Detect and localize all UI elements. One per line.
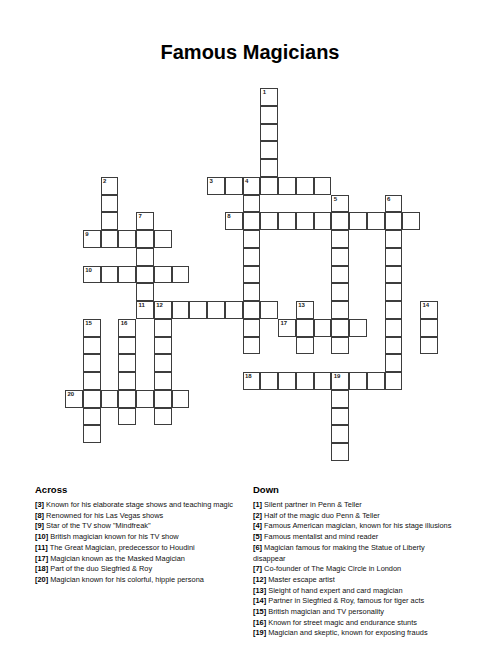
clue-item-down-12: [12] Master escape artist — [253, 575, 458, 586]
cell-number: 6 — [387, 196, 390, 203]
grid-cell[interactable] — [385, 212, 403, 230]
clue-text: Renowned for his Las Vegas shows — [44, 511, 163, 520]
clue-number: [10] — [35, 532, 48, 541]
grid-cell[interactable] — [367, 372, 385, 390]
grid-cell[interactable] — [118, 408, 136, 426]
grid-cell[interactable] — [296, 177, 314, 195]
clue-item-down-7: [7] Co-founder of The Magic Circle in Lo… — [253, 564, 458, 575]
grid-cell[interactable] — [260, 177, 278, 195]
clue-text: Magician known for his colorful, hippie … — [48, 575, 204, 584]
grid-cell[interactable] — [402, 212, 420, 230]
grid-cell[interactable] — [296, 319, 314, 337]
across-clues-list: [3] Known for his elaborate stage shows … — [35, 500, 257, 586]
grid-cell[interactable] — [83, 354, 101, 372]
grid-cell[interactable] — [118, 230, 136, 248]
grid-cell[interactable] — [420, 319, 438, 337]
clue-item-down-15: [15] British magician and TV personality — [253, 607, 458, 618]
clue-text: Sleight of hand expert and card magician — [266, 586, 402, 595]
across-header: Across — [35, 484, 257, 495]
across-clues-section: Across [3] Known for his elaborate stage… — [35, 484, 257, 586]
grid-cell[interactable] — [243, 319, 261, 337]
clue-text: Known for his elaborate stage shows and … — [44, 500, 233, 509]
grid-cell[interactable]: 1 — [260, 88, 278, 106]
clue-number: [3] — [35, 500, 44, 509]
clue-item-across-3: [3] Known for his elaborate stage shows … — [35, 500, 257, 511]
grid-cell[interactable] — [83, 372, 101, 390]
clue-text: British magician and TV personality — [266, 607, 384, 616]
cell-number: 10 — [85, 267, 92, 274]
down-header: Down — [253, 484, 458, 495]
clue-item-across-8: [8] Renowned for his Las Vegas shows — [35, 511, 257, 522]
clue-item-down-13: [13] Sleight of hand expert and card mag… — [253, 586, 458, 597]
clue-text: Co-founder of The Magic Circle in London — [262, 564, 401, 573]
grid-cell[interactable]: 19 — [331, 372, 349, 390]
grid-cell[interactable] — [225, 301, 243, 319]
grid-cell[interactable] — [331, 266, 349, 284]
grid-cell[interactable] — [118, 337, 136, 355]
clue-number: [6] — [253, 543, 262, 552]
clue-number: [15] — [253, 607, 266, 616]
grid-cell[interactable] — [243, 195, 261, 213]
grid-cell[interactable] — [260, 124, 278, 142]
clue-item-across-17: [17] Magician known as the Masked Magici… — [35, 554, 257, 565]
grid-cell[interactable]: 8 — [225, 212, 243, 230]
grid-cell[interactable]: 12 — [154, 301, 172, 319]
cell-number: 11 — [139, 302, 145, 309]
clue-number: [8] — [35, 511, 44, 520]
grid-cell[interactable] — [349, 372, 367, 390]
grid-cell[interactable]: 6 — [385, 195, 403, 213]
grid-cell[interactable] — [189, 301, 207, 319]
clue-item-across-9: [9] Star of the TV show "Mindfreak" — [35, 521, 257, 532]
clue-text: Star of the TV show "Mindfreak" — [44, 521, 151, 530]
grid-cell[interactable] — [367, 212, 385, 230]
grid-cell[interactable] — [154, 337, 172, 355]
grid-cell[interactable] — [331, 283, 349, 301]
grid-cell[interactable]: 18 — [243, 372, 261, 390]
clue-number: [5] — [253, 532, 262, 541]
grid-cell[interactable] — [331, 337, 349, 355]
cell-number: 9 — [85, 231, 88, 238]
clue-number: [18] — [35, 564, 48, 573]
grid-cell[interactable] — [331, 390, 349, 408]
grid-cell[interactable] — [243, 301, 261, 319]
grid-cell[interactable]: 10 — [83, 266, 101, 284]
grid-cell[interactable] — [331, 425, 349, 443]
grid-cell[interactable] — [101, 390, 119, 408]
grid-cell[interactable] — [154, 408, 172, 426]
grid-cell[interactable] — [101, 195, 119, 213]
grid-cell[interactable]: 17 — [278, 319, 296, 337]
grid-cell[interactable] — [243, 337, 261, 355]
grid-cell[interactable] — [136, 230, 154, 248]
grid-cell[interactable] — [260, 141, 278, 159]
grid-cell[interactable]: 3 — [207, 177, 225, 195]
grid-cell[interactable]: 14 — [420, 301, 438, 319]
grid-cell[interactable]: 4 — [243, 177, 261, 195]
cell-number: 14 — [423, 302, 430, 309]
clue-text: Master escape artist — [266, 575, 335, 584]
clue-text: Silent partner in Penn & Teller — [262, 500, 362, 509]
clue-text: Famous American magician, known for his … — [262, 521, 451, 530]
cell-number: 12 — [156, 302, 163, 309]
grid-cell[interactable] — [385, 248, 403, 266]
grid-cell[interactable] — [83, 408, 101, 426]
grid-cell[interactable] — [154, 266, 172, 284]
grid-cell[interactable] — [385, 337, 403, 355]
grid-cell[interactable] — [101, 230, 119, 248]
grid-cell[interactable] — [118, 372, 136, 390]
clue-item-across-18: [18] Part of the duo Siegfried & Roy — [35, 564, 257, 575]
cell-number: 3 — [210, 178, 213, 185]
grid-cell[interactable] — [278, 372, 296, 390]
grid-cell[interactable] — [154, 230, 172, 248]
grid-cell[interactable] — [349, 319, 367, 337]
cell-number: 13 — [298, 302, 305, 309]
grid-cell[interactable] — [172, 266, 190, 284]
grid-cell[interactable]: 13 — [296, 301, 314, 319]
clue-item-down-19: [19] Magician and skeptic, known for exp… — [253, 628, 458, 639]
grid-cell[interactable] — [118, 354, 136, 372]
clue-number: [11] — [35, 543, 48, 552]
grid-cell[interactable] — [385, 266, 403, 284]
clue-text: Magician famous for making the Statue of… — [253, 543, 425, 563]
grid-cell[interactable] — [118, 266, 136, 284]
grid-cell[interactable] — [172, 301, 190, 319]
clue-item-down-2: [2] Half of the magic duo Penn & Teller — [253, 511, 458, 522]
grid-cell[interactable]: 5 — [331, 195, 349, 213]
grid-cell[interactable] — [118, 390, 136, 408]
grid-cell[interactable]: 11 — [136, 301, 154, 319]
grid-cell[interactable] — [154, 372, 172, 390]
grid-cell[interactable] — [296, 337, 314, 355]
cell-number: 8 — [227, 213, 230, 220]
grid-cell[interactable] — [260, 212, 278, 230]
cell-number: 20 — [68, 391, 75, 398]
clue-number: [7] — [253, 564, 262, 573]
grid-cell[interactable] — [331, 248, 349, 266]
grid-cell[interactable]: 2 — [101, 177, 119, 195]
clue-number: [1] — [253, 500, 262, 509]
clue-item-across-11: [11] The Great Magician, predecessor to … — [35, 543, 257, 554]
grid-cell[interactable] — [385, 230, 403, 248]
grid-cell[interactable] — [136, 283, 154, 301]
crossword-page: Famous Magicians 12345678910111213141516… — [0, 0, 500, 647]
clue-text: Known for street magic and endurance stu… — [266, 618, 417, 627]
grid-cell[interactable] — [260, 106, 278, 124]
grid-cell[interactable] — [314, 319, 332, 337]
clue-text: Famous mentalist and mind reader — [262, 532, 378, 541]
clue-number: [9] — [35, 521, 44, 530]
clue-text: Half of the magic duo Penn & Teller — [262, 511, 380, 520]
grid-cell[interactable] — [83, 337, 101, 355]
grid-cell[interactable] — [349, 212, 367, 230]
grid-cell[interactable] — [243, 248, 261, 266]
grid-cell[interactable] — [136, 266, 154, 284]
grid-cell[interactable] — [331, 443, 349, 461]
grid-cell[interactable] — [278, 212, 296, 230]
cell-number: 19 — [334, 373, 341, 380]
grid-cell[interactable] — [136, 390, 154, 408]
grid-cell[interactable] — [207, 301, 225, 319]
cell-number: 18 — [245, 373, 252, 380]
grid-cell[interactable] — [296, 212, 314, 230]
grid-cell[interactable] — [385, 354, 403, 372]
grid-cell[interactable] — [331, 230, 349, 248]
clue-number: [19] — [253, 628, 266, 637]
cell-number: 7 — [139, 213, 142, 220]
grid-cell[interactable] — [154, 319, 172, 337]
grid-cell[interactable] — [260, 372, 278, 390]
clue-text: British magician known for his TV show — [48, 532, 178, 541]
grid-cell[interactable]: 20 — [65, 390, 83, 408]
grid-cell[interactable] — [385, 319, 403, 337]
grid-cell[interactable] — [331, 212, 349, 230]
grid-cell[interactable] — [243, 283, 261, 301]
grid-cell[interactable] — [331, 408, 349, 426]
clue-number: [2] — [253, 511, 262, 520]
grid-cell[interactable]: 9 — [83, 230, 101, 248]
clue-number: [20] — [35, 575, 48, 584]
grid-cell[interactable] — [314, 372, 332, 390]
grid-cell[interactable] — [385, 372, 403, 390]
cell-number: 16 — [121, 320, 128, 327]
clue-number: [12] — [253, 575, 266, 584]
grid-cell[interactable] — [154, 354, 172, 372]
clue-number: [4] — [253, 521, 262, 530]
down-clues-list: [1] Silent partner in Penn & Teller[2] H… — [253, 500, 458, 639]
clue-text: Magician known as the Masked Magician — [48, 554, 185, 563]
grid-cell[interactable] — [136, 248, 154, 266]
clue-item-down-6: [6] Magician famous for making the Statu… — [253, 543, 458, 564]
clue-text: Magician and skeptic, known for exposing… — [266, 628, 427, 637]
grid-cell[interactable] — [296, 372, 314, 390]
grid-cell[interactable] — [260, 159, 278, 177]
grid-cell[interactable] — [331, 319, 349, 337]
grid-cell[interactable] — [225, 177, 243, 195]
clue-item-down-14: [14] Partner in Siegfried & Roy, famous … — [253, 596, 458, 607]
cell-number: 4 — [245, 178, 248, 185]
grid-cell[interactable] — [83, 425, 101, 443]
grid-cell[interactable] — [420, 337, 438, 355]
clue-item-down-4: [4] Famous American magician, known for … — [253, 521, 458, 532]
crossword-grid: 1234567891011121314151617181920 — [65, 88, 439, 462]
grid-cell[interactable] — [278, 177, 296, 195]
clue-number: [17] — [35, 554, 48, 563]
cell-number: 2 — [103, 178, 106, 185]
cell-number: 17 — [281, 320, 288, 327]
grid-cell[interactable]: 7 — [136, 212, 154, 230]
page-title: Famous Magicians — [0, 41, 500, 64]
cell-number: 1 — [263, 89, 266, 96]
grid-cell[interactable] — [154, 390, 172, 408]
cell-number: 15 — [85, 320, 92, 327]
clue-item-across-10: [10] British magician known for his TV s… — [35, 532, 257, 543]
clue-number: [13] — [253, 586, 266, 595]
clue-number: [16] — [253, 618, 266, 627]
clue-item-down-5: [5] Famous mentalist and mind reader — [253, 532, 458, 543]
grid-cell[interactable] — [101, 266, 119, 284]
clue-number: [14] — [253, 596, 266, 605]
grid-cell[interactable]: 16 — [118, 319, 136, 337]
grid-cell[interactable] — [385, 283, 403, 301]
grid-cell[interactable] — [331, 301, 349, 319]
cell-number: 5 — [334, 196, 337, 203]
grid-cell[interactable] — [243, 212, 261, 230]
grid-cell[interactable]: 15 — [83, 319, 101, 337]
grid-cell[interactable] — [260, 301, 278, 319]
grid-cell[interactable] — [314, 177, 332, 195]
grid-cell[interactable] — [314, 212, 332, 230]
grid-cell[interactable] — [243, 230, 261, 248]
clue-item-down-16: [16] Known for street magic and enduranc… — [253, 618, 458, 629]
grid-cell[interactable] — [83, 390, 101, 408]
grid-cell[interactable] — [385, 301, 403, 319]
down-clues-section: Down [1] Silent partner in Penn & Teller… — [253, 484, 458, 639]
clue-text: Partner in Siegfried & Roy, famous for t… — [266, 596, 424, 605]
clue-text: The Great Magician, predecessor to Houdi… — [48, 543, 195, 552]
clue-item-across-20: [20] Magician known for his colorful, hi… — [35, 575, 257, 586]
grid-cell[interactable] — [243, 266, 261, 284]
grid-cell[interactable] — [172, 390, 190, 408]
clue-text: Part of the duo Siegfried & Roy — [48, 564, 152, 573]
grid-cell[interactable] — [101, 212, 119, 230]
clue-item-down-1: [1] Silent partner in Penn & Teller — [253, 500, 458, 511]
